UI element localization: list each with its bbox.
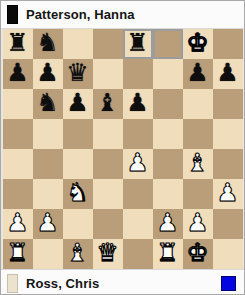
square-h1[interactable] <box>213 239 243 269</box>
square-e1[interactable] <box>123 239 153 269</box>
square-f8[interactable] <box>153 29 183 59</box>
square-e6[interactable]: ♟ <box>123 89 153 119</box>
piece-black-pawn: ♟ <box>126 88 148 118</box>
piece-white-bishop: ♝ <box>186 148 208 178</box>
square-a4[interactable] <box>3 149 33 179</box>
square-a2[interactable]: ♟ <box>3 209 33 239</box>
piece-white-queen: ♛ <box>96 238 118 268</box>
bottom-player-name: Ross, Chris <box>26 276 99 291</box>
piece-white-pawn: ♟ <box>156 208 178 238</box>
piece-black-knight: ♞ <box>36 28 58 58</box>
piece-black-bishop: ♝ <box>96 88 118 118</box>
top-player-bar: Patterson, Hanna <box>1 1 244 29</box>
square-f2[interactable]: ♟ <box>153 209 183 239</box>
square-a3[interactable] <box>3 179 33 209</box>
turn-indicator <box>221 276 236 291</box>
square-c3[interactable]: ♞ <box>63 179 93 209</box>
square-a1[interactable]: ♜ <box>3 239 33 269</box>
square-c6[interactable]: ♟ <box>63 89 93 119</box>
square-g6[interactable] <box>183 89 213 119</box>
square-b7[interactable]: ♟ <box>33 59 63 89</box>
square-e4[interactable]: ♟ <box>123 149 153 179</box>
square-b4[interactable] <box>33 149 63 179</box>
chess-board[interactable]: ♜♞♜♚♟♟♛♟♟♞♟♝♟♟♝♞♟♟♟♟♟♜♝♛♜♚ <box>3 29 243 269</box>
square-d5[interactable] <box>93 119 123 149</box>
square-c7[interactable]: ♛ <box>63 59 93 89</box>
square-e7[interactable] <box>123 59 153 89</box>
square-d2[interactable] <box>93 209 123 239</box>
square-e3[interactable] <box>123 179 153 209</box>
square-h4[interactable] <box>213 149 243 179</box>
square-a8[interactable]: ♜ <box>3 29 33 59</box>
square-g2[interactable]: ♟ <box>183 209 213 239</box>
piece-black-pawn: ♟ <box>36 58 58 88</box>
square-b5[interactable] <box>33 119 63 149</box>
piece-black-pawn: ♟ <box>186 58 208 88</box>
piece-black-pawn: ♟ <box>216 58 238 88</box>
top-player-name: Patterson, Hanna <box>26 7 135 22</box>
piece-black-king: ♚ <box>186 28 208 58</box>
square-h8[interactable] <box>213 29 243 59</box>
square-c1[interactable]: ♝ <box>63 239 93 269</box>
square-e2[interactable] <box>123 209 153 239</box>
square-b3[interactable] <box>33 179 63 209</box>
square-h7[interactable]: ♟ <box>213 59 243 89</box>
square-g4[interactable]: ♝ <box>183 149 213 179</box>
square-g1[interactable]: ♚ <box>183 239 213 269</box>
square-f4[interactable] <box>153 149 183 179</box>
square-h2[interactable] <box>213 209 243 239</box>
square-e5[interactable] <box>123 119 153 149</box>
square-g3[interactable] <box>183 179 213 209</box>
piece-white-rook: ♜ <box>156 238 178 268</box>
square-f7[interactable] <box>153 59 183 89</box>
square-b1[interactable] <box>33 239 63 269</box>
square-b8[interactable]: ♞ <box>33 29 63 59</box>
square-b2[interactable]: ♟ <box>33 209 63 239</box>
square-h6[interactable] <box>213 89 243 119</box>
square-b6[interactable]: ♞ <box>33 89 63 119</box>
bottom-player-bar: Ross, Chris <box>1 269 244 295</box>
square-a6[interactable] <box>3 89 33 119</box>
square-c4[interactable] <box>63 149 93 179</box>
piece-white-pawn: ♟ <box>6 208 28 238</box>
piece-black-pawn: ♟ <box>6 58 28 88</box>
square-a5[interactable] <box>3 119 33 149</box>
square-d4[interactable] <box>93 149 123 179</box>
square-h5[interactable] <box>213 119 243 149</box>
square-d6[interactable]: ♝ <box>93 89 123 119</box>
square-g7[interactable]: ♟ <box>183 59 213 89</box>
square-c2[interactable] <box>63 209 93 239</box>
square-d7[interactable] <box>93 59 123 89</box>
piece-black-knight: ♞ <box>36 88 58 118</box>
square-f5[interactable] <box>153 119 183 149</box>
piece-white-pawn: ♟ <box>126 148 148 178</box>
white-player-color-icon <box>7 274 18 293</box>
piece-white-bishop: ♝ <box>66 238 88 268</box>
square-e8[interactable]: ♜ <box>123 29 153 59</box>
chess-game-window: Patterson, Hanna ♜♞♜♚♟♟♛♟♟♞♟♝♟♟♝♞♟♟♟♟♟♜♝… <box>0 0 245 295</box>
piece-white-rook: ♜ <box>6 238 28 268</box>
piece-black-rook: ♜ <box>126 28 148 58</box>
piece-white-knight: ♞ <box>66 178 88 208</box>
square-g8[interactable]: ♚ <box>183 29 213 59</box>
piece-white-king: ♚ <box>186 238 208 268</box>
piece-white-pawn: ♟ <box>186 208 208 238</box>
square-f3[interactable] <box>153 179 183 209</box>
square-d3[interactable] <box>93 179 123 209</box>
piece-white-pawn: ♟ <box>216 178 238 208</box>
board-area: ♜♞♜♚♟♟♛♟♟♞♟♝♟♟♝♞♟♟♟♟♟♜♝♛♜♚ <box>1 29 244 269</box>
square-c5[interactable] <box>63 119 93 149</box>
piece-white-pawn: ♟ <box>36 208 58 238</box>
square-d1[interactable]: ♛ <box>93 239 123 269</box>
square-h3[interactable]: ♟ <box>213 179 243 209</box>
piece-black-queen: ♛ <box>66 58 88 88</box>
square-d8[interactable] <box>93 29 123 59</box>
square-a7[interactable]: ♟ <box>3 59 33 89</box>
piece-black-rook: ♜ <box>6 28 28 58</box>
piece-black-pawn: ♟ <box>66 88 88 118</box>
black-player-color-icon <box>7 5 18 24</box>
square-g5[interactable] <box>183 119 213 149</box>
square-f1[interactable]: ♜ <box>153 239 183 269</box>
square-f6[interactable] <box>153 89 183 119</box>
square-c8[interactable] <box>63 29 93 59</box>
